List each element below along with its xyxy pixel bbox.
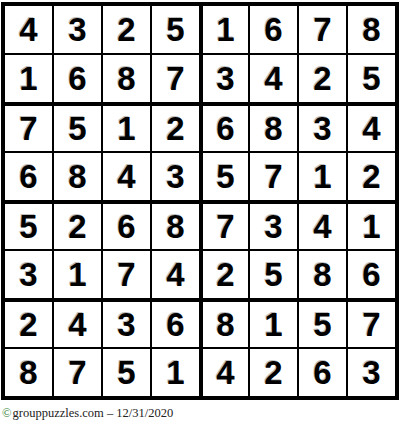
cell-r3c8: 4 [347, 103, 396, 152]
cell-r8c3: 5 [102, 348, 151, 397]
cell-r8c6: 2 [249, 348, 298, 397]
cell-r2c3: 8 [102, 54, 151, 103]
cell-r8c8: 3 [347, 348, 396, 397]
cell-r8c5: 4 [200, 348, 249, 397]
cell-r5c8: 1 [347, 201, 396, 250]
cell-r5c7: 4 [298, 201, 347, 250]
cell-r2c8: 5 [347, 54, 396, 103]
cell-r7c6: 1 [249, 299, 298, 348]
cell-r5c2: 2 [53, 201, 102, 250]
cell-r1c6: 6 [249, 5, 298, 54]
cell-r4c5: 5 [200, 152, 249, 201]
cell-r2c1: 1 [4, 54, 53, 103]
footer-credit-text: grouppuzzles.com – 12/31/2020 [13, 406, 174, 420]
cell-r5c3: 6 [102, 201, 151, 250]
cell-r1c7: 7 [298, 5, 347, 54]
cell-r6c7: 8 [298, 250, 347, 299]
cell-r3c7: 3 [298, 103, 347, 152]
cell-r1c5: 1 [200, 5, 249, 54]
cell-r8c1: 8 [4, 348, 53, 397]
cell-r3c1: 7 [4, 103, 53, 152]
cell-r6c1: 3 [4, 250, 53, 299]
cell-r4c1: 6 [4, 152, 53, 201]
cell-r6c6: 5 [249, 250, 298, 299]
sudoku-page: 4325167816873425751268346843571252687341… [0, 0, 402, 424]
cell-r2c2: 6 [53, 54, 102, 103]
cell-r7c4: 6 [151, 299, 200, 348]
cell-r1c2: 3 [53, 5, 102, 54]
cell-r1c8: 8 [347, 5, 396, 54]
cell-r5c1: 5 [4, 201, 53, 250]
cell-r5c6: 3 [249, 201, 298, 250]
cell-r2c5: 3 [200, 54, 249, 103]
cell-r6c5: 2 [200, 250, 249, 299]
footer-credit: ©grouppuzzles.com – 12/31/2020 [2, 405, 173, 421]
cell-r2c7: 2 [298, 54, 347, 103]
cell-r4c7: 1 [298, 152, 347, 201]
cell-r4c3: 4 [102, 152, 151, 201]
cell-r1c4: 5 [151, 5, 200, 54]
cell-r7c1: 2 [4, 299, 53, 348]
sudoku-board: 4325167816873425751268346843571252687341… [1, 2, 399, 400]
cell-r3c6: 8 [249, 103, 298, 152]
cell-r6c2: 1 [53, 250, 102, 299]
cell-r5c4: 8 [151, 201, 200, 250]
cell-r3c3: 1 [102, 103, 151, 152]
cell-r4c8: 2 [347, 152, 396, 201]
cell-r7c7: 5 [298, 299, 347, 348]
cell-r7c8: 7 [347, 299, 396, 348]
cell-r1c3: 2 [102, 5, 151, 54]
cell-r1c1: 4 [4, 5, 53, 54]
cell-r2c4: 7 [151, 54, 200, 103]
cell-r3c2: 5 [53, 103, 102, 152]
cell-r2c6: 4 [249, 54, 298, 103]
cell-r3c5: 6 [200, 103, 249, 152]
cell-r4c4: 3 [151, 152, 200, 201]
copyright-icon: © [2, 406, 12, 420]
cell-r3c4: 2 [151, 103, 200, 152]
cell-r8c4: 1 [151, 348, 200, 397]
cell-r5c5: 7 [200, 201, 249, 250]
cell-r6c8: 6 [347, 250, 396, 299]
cell-r7c5: 8 [200, 299, 249, 348]
cell-r8c2: 7 [53, 348, 102, 397]
cell-r4c6: 7 [249, 152, 298, 201]
cell-r8c7: 6 [298, 348, 347, 397]
cell-r7c3: 3 [102, 299, 151, 348]
cell-r7c2: 4 [53, 299, 102, 348]
cell-r6c4: 4 [151, 250, 200, 299]
cell-r4c2: 8 [53, 152, 102, 201]
cell-r6c3: 7 [102, 250, 151, 299]
